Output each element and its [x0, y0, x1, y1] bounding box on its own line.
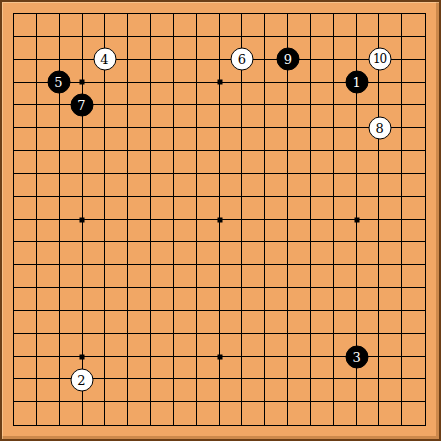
move-number: 7 — [77, 98, 85, 111]
stone-black-9: 9 — [277, 47, 300, 70]
move-number: 2 — [77, 374, 85, 387]
stone-black-3: 3 — [346, 346, 369, 369]
move-number: 6 — [238, 52, 246, 65]
stone-white-8: 8 — [369, 116, 392, 139]
star-point — [79, 355, 84, 360]
star-point — [217, 217, 222, 222]
move-number: 8 — [375, 121, 383, 134]
move-number: 5 — [54, 75, 62, 88]
move-number: 3 — [353, 351, 361, 364]
star-point — [217, 355, 222, 360]
star-point — [355, 217, 360, 222]
stone-white-10: 10 — [369, 47, 392, 70]
stone-black-1: 1 — [346, 70, 369, 93]
move-number: 9 — [284, 52, 292, 65]
star-point — [79, 217, 84, 222]
go-board-frame: 12345678910 — [0, 0, 441, 441]
stone-black-5: 5 — [47, 70, 70, 93]
star-point — [217, 79, 222, 84]
stone-white-6: 6 — [231, 47, 254, 70]
move-number: 1 — [353, 75, 361, 88]
stone-white-4: 4 — [93, 47, 116, 70]
stone-white-2: 2 — [70, 369, 93, 392]
go-board[interactable]: 12345678910 — [13, 13, 426, 426]
board-overlay: 12345678910 — [13, 13, 426, 426]
star-point — [79, 79, 84, 84]
move-number: 4 — [100, 52, 108, 65]
move-number: 10 — [373, 53, 386, 65]
stone-black-7: 7 — [70, 93, 93, 116]
